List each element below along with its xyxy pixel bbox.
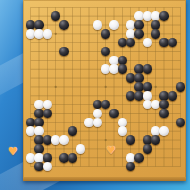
board-edge-rim — [23, 177, 186, 181]
go-board[interactable] — [23, 0, 186, 181]
black-stone — [159, 11, 169, 21]
black-stone — [143, 144, 153, 154]
white-stone — [43, 29, 53, 39]
heart-marker-background: ♥ — [8, 147, 18, 157]
screenshot-stage: ♥♥ — [0, 0, 190, 190]
heart-marker-board: ♥ — [106, 146, 116, 156]
black-stone — [134, 29, 144, 39]
white-stone — [59, 135, 69, 145]
black-stone — [68, 126, 78, 136]
black-stone — [59, 47, 69, 57]
black-stone — [101, 29, 111, 39]
black-stone — [159, 100, 169, 110]
white-stone — [93, 118, 103, 128]
black-stone — [176, 82, 186, 92]
black-stone — [68, 153, 78, 163]
black-stone — [168, 91, 178, 101]
black-stone — [59, 20, 69, 30]
black-stone — [109, 109, 119, 119]
white-stone — [159, 126, 169, 136]
black-stone — [134, 153, 144, 163]
black-stone — [118, 64, 128, 74]
white-stone — [93, 20, 103, 30]
white-stone — [118, 126, 128, 136]
white-stone — [109, 20, 119, 30]
black-stone — [143, 64, 153, 74]
black-stone — [159, 109, 169, 119]
white-stone — [76, 144, 86, 154]
black-stone — [151, 29, 161, 39]
